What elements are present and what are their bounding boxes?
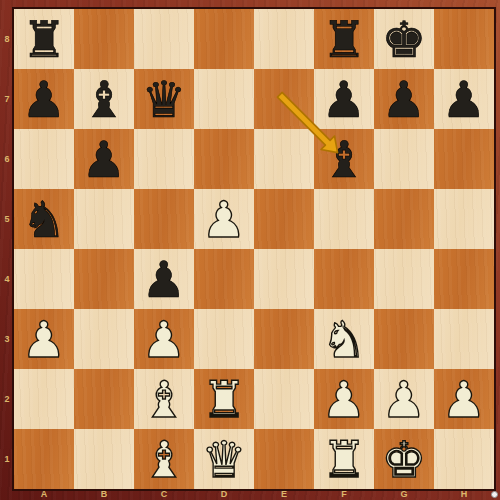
rank-labels: 87654321 [0,9,14,489]
square-f5[interactable] [314,189,374,249]
square-f1[interactable]: ♜ [314,429,374,489]
piece-black-rook[interactable]: ♜ [14,9,74,69]
square-h1[interactable] [434,429,494,489]
square-h2[interactable]: ♟ [434,369,494,429]
piece-white-pawn[interactable]: ♟ [434,369,494,429]
file-label-h: H [434,489,494,500]
square-d6[interactable] [194,129,254,189]
square-c1[interactable]: ♝ [134,429,194,489]
square-a5[interactable]: ♞ [14,189,74,249]
square-d8[interactable] [194,9,254,69]
square-f7[interactable]: ♟ [314,69,374,129]
piece-white-pawn[interactable]: ♟ [374,369,434,429]
piece-white-pawn[interactable]: ♟ [14,309,74,369]
square-a8[interactable]: ♜ [14,9,74,69]
rank-label-2: 2 [0,369,14,429]
piece-black-pawn[interactable]: ♟ [374,69,434,129]
square-d3[interactable] [194,309,254,369]
square-f3[interactable]: ♞ [314,309,374,369]
square-d2[interactable]: ♜ [194,369,254,429]
piece-white-rook[interactable]: ♜ [194,369,254,429]
square-e8[interactable] [254,9,314,69]
piece-white-bishop[interactable]: ♝ [134,429,194,489]
square-f4[interactable] [314,249,374,309]
square-c4[interactable]: ♟ [134,249,194,309]
square-b6[interactable]: ♟ [74,129,134,189]
square-g8[interactable]: ♚ [374,9,434,69]
square-h6[interactable] [434,129,494,189]
rank-label-3: 3 [0,309,14,369]
piece-white-pawn[interactable]: ♟ [314,369,374,429]
piece-black-knight[interactable]: ♞ [14,189,74,249]
square-h5[interactable] [434,189,494,249]
square-e4[interactable] [254,249,314,309]
piece-black-rook[interactable]: ♜ [314,9,374,69]
square-e3[interactable] [254,309,314,369]
piece-black-pawn[interactable]: ♟ [434,69,494,129]
square-a6[interactable] [14,129,74,189]
piece-white-pawn[interactable]: ♟ [134,309,194,369]
square-d7[interactable] [194,69,254,129]
square-b4[interactable] [74,249,134,309]
file-label-a: A [14,489,74,500]
square-h8[interactable] [434,9,494,69]
rank-label-1: 1 [0,429,14,489]
square-b1[interactable] [74,429,134,489]
piece-white-rook[interactable]: ♜ [314,429,374,489]
square-c6[interactable] [134,129,194,189]
square-c3[interactable]: ♟ [134,309,194,369]
piece-white-knight[interactable]: ♞ [314,309,374,369]
square-a4[interactable] [14,249,74,309]
square-e1[interactable] [254,429,314,489]
board-squares: ♜♜♚♟♝♛♟♟♟♟♝♞♟♟♟♟♞♝♜♟♟♟♝♛♜♚ [14,9,494,489]
file-label-b: B [74,489,134,500]
square-h4[interactable] [434,249,494,309]
square-a7[interactable]: ♟ [14,69,74,129]
square-g6[interactable] [374,129,434,189]
piece-white-queen[interactable]: ♛ [194,429,254,489]
rank-label-5: 5 [0,189,14,249]
square-g5[interactable] [374,189,434,249]
square-a3[interactable]: ♟ [14,309,74,369]
square-f6[interactable]: ♝ [314,129,374,189]
file-label-f: F [314,489,374,500]
square-c7[interactable]: ♛ [134,69,194,129]
piece-white-bishop[interactable]: ♝ [134,369,194,429]
file-label-e: E [254,489,314,500]
rank-label-4: 4 [0,249,14,309]
square-e7[interactable] [254,69,314,129]
piece-black-pawn[interactable]: ♟ [74,129,134,189]
square-g1[interactable]: ♚ [374,429,434,489]
corner-marker-dot [491,491,498,498]
file-label-d: D [194,489,254,500]
square-b5[interactable] [74,189,134,249]
square-e2[interactable] [254,369,314,429]
square-b3[interactable] [74,309,134,369]
piece-black-pawn[interactable]: ♟ [14,69,74,129]
piece-black-king[interactable]: ♚ [374,9,434,69]
piece-black-pawn[interactable]: ♟ [134,249,194,309]
square-e6[interactable] [254,129,314,189]
piece-white-king[interactable]: ♚ [374,429,434,489]
piece-black-bishop[interactable]: ♝ [74,69,134,129]
chess-board: ♜♜♚♟♝♛♟♟♟♟♝♞♟♟♟♟♞♝♜♟♟♟♝♛♜♚ 87654321 ABCD… [0,0,500,500]
square-d1[interactable]: ♛ [194,429,254,489]
square-d4[interactable] [194,249,254,309]
square-a2[interactable] [14,369,74,429]
piece-black-queen[interactable]: ♛ [134,69,194,129]
file-label-g: G [374,489,434,500]
rank-label-6: 6 [0,129,14,189]
rank-label-8: 8 [0,9,14,69]
square-b7[interactable]: ♝ [74,69,134,129]
square-g4[interactable] [374,249,434,309]
piece-white-pawn[interactable]: ♟ [194,189,254,249]
square-b8[interactable] [74,9,134,69]
square-h7[interactable]: ♟ [434,69,494,129]
square-h3[interactable] [434,309,494,369]
file-labels: ABCDEFGH [14,489,494,500]
square-e5[interactable] [254,189,314,249]
file-label-c: C [134,489,194,500]
square-c5[interactable] [134,189,194,249]
square-c8[interactable] [134,9,194,69]
square-g3[interactable] [374,309,434,369]
square-g2[interactable]: ♟ [374,369,434,429]
rank-label-7: 7 [0,69,14,129]
square-a1[interactable] [14,429,74,489]
square-f8[interactable]: ♜ [314,9,374,69]
piece-black-pawn[interactable]: ♟ [314,69,374,129]
piece-black-bishop[interactable]: ♝ [314,129,374,189]
square-g7[interactable]: ♟ [374,69,434,129]
square-d5[interactable]: ♟ [194,189,254,249]
square-f2[interactable]: ♟ [314,369,374,429]
square-b2[interactable] [74,369,134,429]
square-c2[interactable]: ♝ [134,369,194,429]
